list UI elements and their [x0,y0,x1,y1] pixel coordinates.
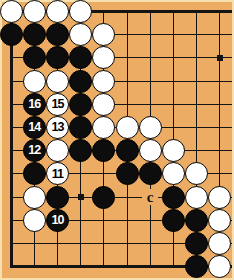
white-stone [208,186,231,209]
black-stone [116,162,139,185]
move-number: 16 [28,98,40,111]
black-stone [69,93,92,116]
black-stone-move-12: 12 [23,139,46,162]
white-stone-move-13: 13 [46,116,69,139]
white-stone [0,0,23,23]
grid-line-v [10,10,13,268]
white-stone [23,70,46,93]
star-point [217,55,223,61]
black-stone [116,139,139,162]
white-stone [116,116,139,139]
black-stone [46,186,69,209]
black-stone [23,23,46,46]
white-stone [208,209,231,232]
black-stone [185,209,208,232]
move-number: 14 [28,121,40,134]
white-stone [92,93,115,116]
white-stone [69,0,92,23]
white-stone [46,70,69,93]
white-stone-move-15: 15 [46,93,69,116]
black-stone [69,70,92,93]
white-stone [46,0,69,23]
white-stone [23,0,46,23]
move-number: 11 [52,168,63,181]
move-number: 13 [51,121,63,134]
white-stone [139,116,162,139]
black-stone [69,116,92,139]
star-point [78,194,84,200]
white-stone [46,139,69,162]
white-stone [23,209,46,232]
move-number: 15 [51,98,63,111]
black-stone [139,162,162,185]
point-label-c: c [142,189,158,205]
white-stone [23,186,46,209]
black-stone [162,186,185,209]
black-stone [23,46,46,69]
black-stone [46,23,69,46]
black-stone-move-14: 14 [23,116,46,139]
black-stone [185,232,208,255]
white-stone [139,139,162,162]
go-diagram: 16151413121110c [0,0,234,280]
black-stone [92,186,115,209]
black-stone [23,162,46,185]
move-number: 10 [51,214,63,227]
white-stone [185,186,208,209]
black-stone [162,209,185,232]
white-stone [162,139,185,162]
white-stone [92,70,115,93]
black-stone-move-10: 10 [46,209,69,232]
black-stone [0,23,23,46]
black-stone-move-16: 16 [23,93,46,116]
move-number: 12 [28,144,40,157]
